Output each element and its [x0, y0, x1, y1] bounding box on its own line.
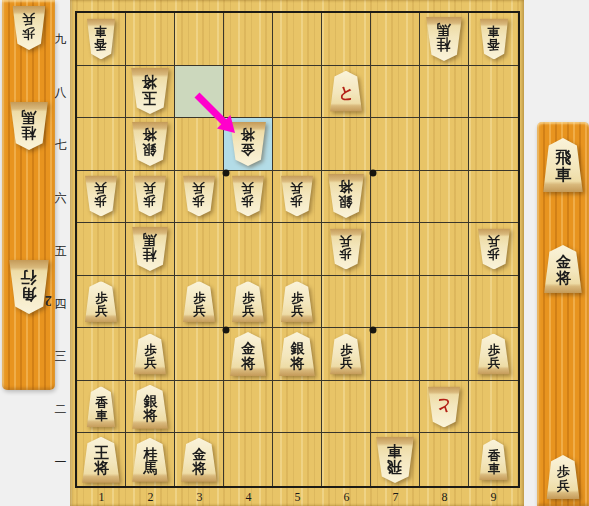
file-label-3: 3: [175, 490, 224, 504]
piece-pawn[interactable]: 歩兵: [231, 281, 265, 322]
captured-pieces-tray-gote: 飛車金将歩兵: [537, 122, 589, 506]
piece-kanji: 兵: [242, 182, 254, 195]
piece-kanji: 金: [242, 341, 255, 356]
shogi-app: 歩兵桂馬角行2 香車桂馬香車玉将と銀将金将歩兵歩兵歩兵歩兵歩兵銀将桂馬歩兵歩兵歩…: [0, 0, 589, 506]
square-f4-r7[interactable]: 金将: [224, 118, 273, 171]
piece-kanji: 兵: [23, 13, 35, 27]
square-f8-r9[interactable]: 桂馬: [420, 13, 469, 66]
shogi-board: 香車桂馬香車玉将と銀将金将歩兵歩兵歩兵歩兵歩兵銀将桂馬歩兵歩兵歩兵歩兵歩兵歩兵歩…: [70, 0, 524, 506]
square-f5-r9[interactable]: [273, 13, 322, 66]
rank-label-5: 五: [52, 243, 69, 260]
piece-kanji: 兵: [144, 182, 156, 195]
rank-label-6: 六: [52, 190, 69, 207]
piece-kanji: 車: [488, 24, 500, 37]
piece-kanji: 兵: [291, 182, 303, 195]
piece-knight[interactable]: 桂馬: [9, 102, 49, 150]
square-f8-r4[interactable]: [420, 276, 469, 329]
captured-pieces-tray-sente: 歩兵桂馬角行2: [2, 0, 55, 390]
piece-kanji: 飛: [556, 150, 571, 167]
square-f4-r3[interactable]: 金将: [224, 328, 273, 381]
square-f3-r7[interactable]: [175, 118, 224, 171]
square-f3-r5[interactable]: [175, 223, 224, 276]
piece-lance[interactable]: 香車: [86, 386, 116, 427]
piece-kanji: 兵: [488, 356, 500, 369]
piece-kanji: 兵: [144, 356, 156, 369]
square-f3-r9[interactable]: [175, 13, 224, 66]
piece-kanji: 歩: [488, 247, 500, 260]
square-f7-r3[interactable]: [371, 328, 420, 381]
piece-pawn[interactable]: 歩兵: [280, 281, 314, 322]
piece-pawn[interactable]: 歩兵: [477, 228, 511, 269]
square-f2-r2[interactable]: 銀将: [126, 381, 175, 434]
square-f3-r6[interactable]: 歩兵: [175, 171, 224, 224]
board-grid: 香車桂馬香車玉将と銀将金将歩兵歩兵歩兵歩兵歩兵銀将桂馬歩兵歩兵歩兵歩兵歩兵歩兵歩…: [75, 11, 520, 488]
piece-king[interactable]: 玉将: [130, 68, 170, 114]
piece-kanji: 歩: [95, 195, 107, 208]
square-f6-r3[interactable]: 歩兵: [322, 328, 371, 381]
piece-kanji: 馬: [438, 23, 451, 38]
file-label-9: 9: [469, 490, 518, 504]
piece-kanji: 桂: [144, 247, 157, 262]
piece-pawn[interactable]: 歩兵: [133, 334, 167, 375]
piece-gold[interactable]: 金将: [229, 332, 267, 376]
file-label-2: 2: [126, 490, 175, 504]
square-f4-r5[interactable]: [224, 223, 273, 276]
star-point: [223, 169, 230, 176]
piece-kanji: 兵: [242, 303, 254, 316]
piece-kanji: 金: [242, 142, 255, 157]
star-point: [223, 327, 230, 334]
piece-gold[interactable]: 金将: [543, 245, 583, 293]
piece-lance[interactable]: 香車: [479, 439, 509, 480]
piece-pawn[interactable]: 歩兵: [182, 281, 216, 322]
piece-kanji: 桂: [438, 37, 451, 52]
piece-rook[interactable]: 飛車: [375, 437, 415, 483]
piece-tokin[interactable]: と: [329, 71, 363, 112]
piece-kanji: 将: [242, 128, 255, 143]
square-f8-r5[interactable]: [420, 223, 469, 276]
square-f9-r7[interactable]: [469, 118, 518, 171]
square-f5-r2[interactable]: [273, 381, 322, 434]
square-f8-r7[interactable]: [420, 118, 469, 171]
rank-label-2: 二: [52, 401, 69, 418]
rank-label-3: 三: [52, 348, 69, 365]
rank-label-9: 九: [52, 31, 69, 48]
square-f5-r5[interactable]: [273, 223, 322, 276]
piece-kanji: 兵: [193, 182, 205, 195]
piece-kanji: 銀: [144, 142, 157, 157]
piece-pawn[interactable]: 歩兵: [231, 176, 265, 217]
square-f7-r4[interactable]: [371, 276, 420, 329]
piece-kanji: 将: [144, 408, 157, 423]
file-label-7: 7: [371, 490, 420, 504]
square-f1-r8[interactable]: [77, 66, 126, 119]
square-f9-r8[interactable]: [469, 66, 518, 119]
square-f8-r1[interactable]: [420, 433, 469, 486]
square-f4-r1[interactable]: [224, 433, 273, 486]
piece-kanji: 玉: [143, 90, 157, 106]
piece-kanji: 角: [21, 286, 36, 303]
rank-label-1: 一: [52, 454, 69, 471]
square-f9-r3[interactable]: 歩兵: [469, 328, 518, 381]
piece-kanji: 馬: [144, 233, 157, 248]
rank-label-7: 七: [52, 137, 69, 154]
square-f7-r2[interactable]: [371, 381, 420, 434]
square-f9-r1[interactable]: 香車: [469, 433, 518, 486]
piece-kanji: 桂: [144, 447, 157, 462]
piece-kanji: 歩: [340, 247, 352, 260]
file-label-8: 8: [420, 490, 469, 504]
square-f6-r8[interactable]: と: [322, 66, 371, 119]
square-f3-r8[interactable]: [175, 66, 224, 119]
square-f4-r2[interactable]: [224, 381, 273, 434]
square-f8-r6[interactable]: [420, 171, 469, 224]
square-f7-r5[interactable]: [371, 223, 420, 276]
square-f1-r4[interactable]: 歩兵: [77, 276, 126, 329]
square-f7-r6[interactable]: [371, 171, 420, 224]
square-f5-r8[interactable]: [273, 66, 322, 119]
square-f5-r4[interactable]: 歩兵: [273, 276, 322, 329]
square-f8-r8[interactable]: [420, 66, 469, 119]
piece-kanji: 将: [291, 356, 304, 371]
square-f1-r9[interactable]: 香車: [77, 13, 126, 66]
piece-kanji: 将: [340, 180, 353, 195]
square-f5-r6[interactable]: 歩兵: [273, 171, 322, 224]
piece-kanji: 車: [556, 167, 571, 184]
piece-kanji: 将: [242, 356, 255, 371]
piece-kanji: 兵: [95, 303, 107, 316]
piece-pawn[interactable]: 歩兵: [11, 6, 46, 50]
square-f1-r5[interactable]: [77, 223, 126, 276]
piece-kanji: 車: [388, 443, 402, 459]
piece-gold[interactable]: 金将: [180, 438, 218, 482]
square-f3-r1[interactable]: 金将: [175, 433, 224, 486]
piece-kanji: と: [437, 397, 452, 413]
square-f1-r3[interactable]: [77, 328, 126, 381]
square-f2-r9[interactable]: [126, 13, 175, 66]
file-label-1: 1: [77, 490, 126, 504]
square-f6-r2[interactable]: [322, 381, 371, 434]
star-point: [370, 327, 377, 334]
piece-kanji: 銀: [340, 195, 353, 210]
square-f3-r4[interactable]: 歩兵: [175, 276, 224, 329]
square-f4-r6[interactable]: 歩兵: [224, 171, 273, 224]
square-f8-r3[interactable]: [420, 328, 469, 381]
piece-gold[interactable]: 金将: [229, 122, 267, 166]
piece-pawn[interactable]: 歩兵: [477, 334, 511, 375]
piece-silver[interactable]: 銀将: [131, 122, 169, 166]
piece-kanji: 兵: [291, 303, 303, 316]
file-label-4: 4: [224, 490, 273, 504]
piece-kanji: 歩: [144, 195, 156, 208]
piece-knight[interactable]: 桂馬: [131, 438, 169, 482]
square-f2-r1[interactable]: 桂馬: [126, 433, 175, 486]
square-f2-r8[interactable]: 玉将: [126, 66, 175, 119]
piece-kanji: 歩: [291, 195, 303, 208]
piece-kanji: 兵: [488, 234, 500, 247]
piece-pawn[interactable]: 歩兵: [182, 176, 216, 217]
piece-king[interactable]: 王将: [81, 437, 121, 483]
square-f3-r3[interactable]: [175, 328, 224, 381]
piece-kanji: 香: [95, 37, 107, 50]
piece-lance[interactable]: 香車: [86, 18, 116, 59]
square-f7-r8[interactable]: [371, 66, 420, 119]
piece-kanji: 兵: [340, 356, 352, 369]
piece-pawn[interactable]: 歩兵: [133, 176, 167, 217]
square-f5-r1[interactable]: [273, 433, 322, 486]
piece-kanji: 車: [95, 24, 107, 37]
square-f2-r3[interactable]: 歩兵: [126, 328, 175, 381]
piece-kanji: 兵: [193, 303, 205, 316]
piece-kanji: 銀: [144, 394, 157, 409]
piece-kanji: 将: [143, 74, 157, 90]
square-f5-r3[interactable]: 銀将: [273, 328, 322, 381]
square-f6-r7[interactable]: [322, 118, 371, 171]
piece-kanji: 銀: [291, 341, 304, 356]
piece-pawn[interactable]: 歩兵: [546, 455, 581, 499]
file-label-5: 5: [273, 490, 322, 504]
piece-kanji: 香: [488, 37, 500, 50]
piece-kanji: 行: [21, 269, 36, 286]
piece-pawn[interactable]: 歩兵: [329, 228, 363, 269]
hand-count: 2: [45, 292, 52, 308]
piece-kanji: 兵: [95, 182, 107, 195]
rank-label-4: 四: [52, 296, 69, 313]
piece-kanji: 歩: [242, 195, 254, 208]
square-f6-r9[interactable]: [322, 13, 371, 66]
piece-silver[interactable]: 銀将: [131, 385, 169, 429]
square-f6-r6[interactable]: 銀将: [322, 171, 371, 224]
square-f7-r1[interactable]: 飛車: [371, 433, 420, 486]
square-f2-r5[interactable]: 桂馬: [126, 223, 175, 276]
piece-pawn[interactable]: 歩兵: [280, 176, 314, 217]
square-f4-r9[interactable]: [224, 13, 273, 66]
square-f6-r5[interactable]: 歩兵: [322, 223, 371, 276]
piece-kanji: 車: [95, 408, 107, 421]
piece-rook[interactable]: 飛車: [542, 138, 584, 192]
square-f5-r7[interactable]: [273, 118, 322, 171]
square-f2-r6[interactable]: 歩兵: [126, 171, 175, 224]
square-f1-r2[interactable]: 香車: [77, 381, 126, 434]
piece-kanji: 将: [556, 271, 570, 287]
square-f6-r1[interactable]: [322, 433, 371, 486]
star-point: [370, 169, 377, 176]
piece-kanji: 車: [488, 461, 500, 474]
square-f4-r8[interactable]: [224, 66, 273, 119]
square-f1-r1[interactable]: 王将: [77, 433, 126, 486]
piece-lance[interactable]: 香車: [479, 18, 509, 59]
piece-kanji: 馬: [22, 109, 36, 125]
piece-knight[interactable]: 桂馬: [131, 227, 169, 271]
piece-kanji: 兵: [340, 234, 352, 247]
piece-silver[interactable]: 銀将: [327, 174, 365, 218]
square-f2-r4[interactable]: [126, 276, 175, 329]
piece-silver[interactable]: 銀将: [278, 332, 316, 376]
piece-pawn[interactable]: 歩兵: [84, 281, 118, 322]
piece-kanji: 歩: [193, 195, 205, 208]
piece-pawn[interactable]: 歩兵: [329, 334, 363, 375]
square-f9-r2[interactable]: [469, 381, 518, 434]
square-f9-r6[interactable]: [469, 171, 518, 224]
piece-tokin[interactable]: と: [427, 386, 461, 427]
piece-kanji: 歩: [23, 27, 35, 41]
piece-kanji: 桂: [22, 125, 36, 141]
piece-kanji: 兵: [557, 479, 569, 493]
piece-kanji: 馬: [144, 461, 157, 476]
square-f9-r9[interactable]: 香車: [469, 13, 518, 66]
square-f8-r2[interactable]: と: [420, 381, 469, 434]
piece-knight[interactable]: 桂馬: [425, 17, 463, 61]
square-f2-r7[interactable]: 銀将: [126, 118, 175, 171]
piece-kanji: 金: [193, 447, 206, 462]
piece-bishop[interactable]: 角行: [8, 260, 50, 314]
square-f9-r4[interactable]: [469, 276, 518, 329]
piece-kanji: 将: [94, 461, 108, 477]
square-f3-r2[interactable]: [175, 381, 224, 434]
piece-kanji: と: [339, 85, 354, 101]
piece-kanji: 将: [193, 461, 206, 476]
piece-pawn[interactable]: 歩兵: [84, 176, 118, 217]
piece-kanji: 歩: [557, 465, 569, 479]
square-f1-r7[interactable]: [77, 118, 126, 171]
square-f7-r9[interactable]: [371, 13, 420, 66]
piece-kanji: 将: [144, 128, 157, 143]
square-f1-r6[interactable]: 歩兵: [77, 171, 126, 224]
file-label-6: 6: [322, 490, 371, 504]
square-f4-r4[interactable]: 歩兵: [224, 276, 273, 329]
piece-kanji: 飛: [388, 458, 402, 474]
square-f6-r4[interactable]: [322, 276, 371, 329]
square-f9-r5[interactable]: 歩兵: [469, 223, 518, 276]
rank-label-8: 八: [52, 84, 69, 101]
square-f7-r7[interactable]: [371, 118, 420, 171]
